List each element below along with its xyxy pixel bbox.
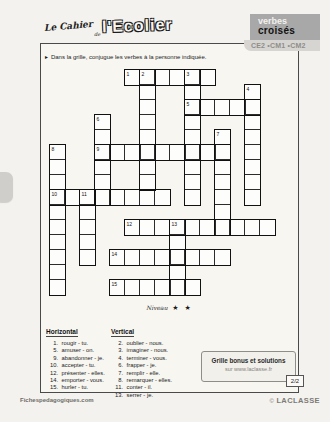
grid-cell[interactable] [215,175,230,190]
clue-item-number: 13. [111,392,123,399]
grid-cell[interactable] [95,190,110,205]
clue-item: 5. amuser - on. [46,347,116,354]
clue-item-number: 6. [111,362,123,369]
clue-item-number: 10. [46,362,58,369]
vertical-clues: Vertical 2. oublier - nous.3. imaginer -… [111,320,181,399]
grid-cell[interactable] [155,145,170,160]
grid-cell[interactable] [185,220,200,235]
horizontal-clues-title: Horizontal [46,328,78,337]
grid-cell[interactable] [155,220,170,235]
grid-cell[interactable] [65,190,80,205]
clue-item: 2. oublier - nous. [111,340,181,347]
grid-cell[interactable] [140,250,155,265]
grid-cell[interactable] [245,160,260,175]
grid-cell[interactable] [155,190,170,205]
clue-item: 1. rougir - tu. [46,340,116,347]
bonus-website-text: sur www.laclasse.fr [202,366,295,372]
grid-cell[interactable] [185,175,200,190]
niveau-label: Niveau [146,304,168,311]
grid-cell[interactable] [230,220,245,235]
grid-cell[interactable] [140,85,155,100]
clue-item: 6. frapper - je. [111,362,181,369]
clue-item-number: 14. [46,377,58,384]
clue-item-number: 4. [111,355,123,362]
grid-cell[interactable] [140,190,155,205]
grid-cell[interactable] [200,250,215,265]
grid-cell[interactable] [155,280,170,295]
grid-cell[interactable] [50,265,65,280]
grid-cell[interactable] [50,160,65,175]
grid-cell[interactable] [80,205,95,220]
clue-item-text: emporter - vous. [60,377,104,383]
clue-item: 13. serrer - je. [111,392,181,399]
grid-cell[interactable] [215,130,230,145]
grid-cell[interactable] [50,235,65,250]
grid-cell[interactable] [95,160,110,175]
clue-item-text: abandonner - je. [60,355,104,361]
grid-cell[interactable] [245,115,260,130]
grid-cell[interactable] [140,100,155,115]
grid-cell[interactable] [170,235,185,250]
grid-cell[interactable] [185,160,200,175]
laclasse-logo: ©LACLASSE [270,396,320,405]
clue-item: 14. emporter - vous. [46,377,116,384]
grid-cell[interactable] [185,145,200,160]
grid-cell[interactable] [125,250,140,265]
grid-cell[interactable] [140,175,155,190]
bonus-line1: Grille bonus et solutions [202,357,295,364]
clue-item-text: amuser - on. [60,347,94,353]
grid-cell[interactable] [155,250,170,265]
grid-cell[interactable] [215,100,230,115]
grid-cell[interactable] [125,70,140,85]
clue-item: 12. présenter - elles. [46,370,116,377]
horizontal-clues-list: 1. rougir - tu.5. amuser - on.9. abandon… [46,340,116,392]
clue-item: 8. remarquer - elles. [111,377,181,384]
grid-cell[interactable] [215,160,230,175]
difficulty-level: Niveau ★ ★ [146,304,193,312]
grid-cell[interactable] [245,190,260,205]
grid-cell[interactable] [50,190,65,205]
grid-cell[interactable] [140,70,155,85]
clue-item-text: oublier - nous. [125,340,163,346]
worksheet-page: Le Cahier de l'Ecolier verbes croisés CE… [0,0,330,422]
grid-cell[interactable] [185,280,200,295]
grid-cell[interactable] [215,250,230,265]
vertical-clues-list: 2. oublier - nous.3. imaginer - nous.4. … [111,340,181,399]
grid-cell[interactable] [140,160,155,175]
grid-cell[interactable] [245,100,260,115]
clue-item-text: remplir - elle. [125,370,160,376]
clue-item-text: accepter - tu. [60,362,95,368]
copyright-icon: © [270,398,275,404]
horizontal-clues: Horizontal 1. rougir - tu.5. amuser - on… [46,320,116,392]
grid-cell[interactable] [95,130,110,145]
clue-item-number: 11. [111,384,123,391]
grid-cell[interactable] [170,280,185,295]
clue-item-text: frapper - je. [125,362,156,368]
grid-cell[interactable] [80,235,95,250]
clue-item: 3. imaginer - nous. [111,347,181,354]
grid-cell[interactable] [155,70,170,85]
grid-cell[interactable] [170,220,185,235]
grid-cell[interactable] [80,190,95,205]
grid-cell[interactable] [245,85,260,100]
grid-cell[interactable] [125,190,140,205]
grid-cell[interactable] [200,145,215,160]
grid-cell[interactable] [110,190,125,205]
grid-cell[interactable] [170,250,185,265]
bonus-box: Grille bonus et solutions sur www.laclas… [201,351,296,382]
grid-cell[interactable] [50,250,65,265]
grid-cell[interactable] [95,115,110,130]
grid-cell[interactable] [200,220,215,235]
clue-item: 4. terminer - vous. [111,355,181,362]
grid-cell[interactable] [215,205,230,220]
clue-item-number: 5. [46,347,58,354]
grid-cell[interactable] [110,145,125,160]
grid-cell[interactable] [215,145,230,160]
clue-item-number: 1. [46,340,58,347]
clue-item-number: 3. [111,347,123,354]
grid-cell[interactable] [140,220,155,235]
grid-cell[interactable] [110,280,125,295]
vertical-clues-title: Vertical [111,328,134,337]
grid-cell[interactable] [200,70,215,85]
grid-cell[interactable] [125,220,140,235]
grid-cell[interactable] [215,220,230,235]
grid-cell[interactable] [125,280,140,295]
niveau-stars-icon: ★ ★ [172,304,193,311]
grid-cell[interactable] [95,145,110,160]
grid-cell[interactable] [185,130,200,145]
grid-cell[interactable] [95,175,110,190]
grid-cell[interactable] [215,190,230,205]
clue-item-number: 9. [46,355,58,362]
clue-item-number: 2. [111,340,123,347]
grid-cell[interactable] [230,100,245,115]
grid-cell[interactable] [185,115,200,130]
clue-item-text: imaginer - nous. [125,347,168,353]
grid-cell[interactable] [125,145,140,160]
grid-cell[interactable] [260,220,275,235]
clue-item-text: conter - il. [125,384,152,390]
grid-cell[interactable] [110,250,125,265]
page-number-badge: 2/2 [286,375,304,387]
grid-cell[interactable] [50,145,65,160]
grid-cell[interactable] [50,205,65,220]
grid-cell[interactable] [185,250,200,265]
grid-cell[interactable] [80,250,95,265]
laclasse-logo-text: LACLASSE [276,396,320,405]
grid-cell[interactable] [245,175,260,190]
grid-cell[interactable] [245,220,260,235]
clue-item-text: remarquer - elles. [125,377,172,383]
clue-item-number: 7. [111,370,123,377]
clue-item: 11. conter - il. [111,384,181,391]
grid-cell[interactable] [245,130,260,145]
grid-cell[interactable] [245,145,260,160]
footer-source-text: Fichespedagogiques.com [20,397,94,403]
clue-item-number: 12. [46,370,58,377]
clue-item: 10. accepter - tu. [46,362,116,369]
grid-cell[interactable] [50,220,65,235]
grid-cell[interactable] [80,220,95,235]
clue-item-number: 8. [111,377,123,384]
grid-cell[interactable] [185,100,200,115]
clue-item-text: rougir - tu. [60,340,88,346]
grid-cell[interactable] [200,100,215,115]
clue-item-text: serrer - je. [125,392,153,398]
grid-cell[interactable] [185,190,200,205]
clue-item-text: présenter - elles. [60,370,105,376]
grid-cell[interactable] [170,265,185,280]
grid-cell[interactable] [185,70,200,85]
grid-cell[interactable] [140,115,155,130]
clue-item: 7. remplir - elle. [111,370,181,377]
clue-item-number: 15. [46,384,58,391]
clue-item-text: hurler - tu. [60,384,88,390]
grid-cell[interactable] [50,280,65,295]
clue-item: 15. hurler - tu. [46,384,116,391]
grid-cell[interactable] [50,175,65,190]
grid-cell[interactable] [185,85,200,100]
grid-cell[interactable] [170,70,185,85]
grid-cell[interactable] [140,130,155,145]
grid-cell[interactable] [140,145,155,160]
clue-item-text: terminer - vous. [125,355,167,361]
grid-cell[interactable] [170,145,185,160]
clue-item: 9. abandonner - je. [46,355,116,362]
grid-cell[interactable] [140,280,155,295]
